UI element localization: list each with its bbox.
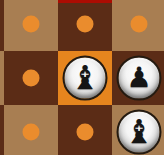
game-board-viewport: ♝♟♝ bbox=[0, 0, 164, 155]
square-r3c3[interactable]: ♝ bbox=[112, 105, 164, 155]
piece-disc[interactable]: ♝ bbox=[117, 110, 162, 155]
red-edge-marker bbox=[58, 0, 112, 3]
square-r1c1[interactable] bbox=[4, 0, 58, 51]
checkered-board: ♝♟♝ bbox=[0, 0, 164, 155]
square-center-dot bbox=[23, 70, 40, 87]
square-r2c1[interactable] bbox=[4, 51, 58, 105]
square-r2c3[interactable]: ♟ bbox=[112, 51, 164, 105]
black-bishop-icon: ♝ bbox=[124, 115, 154, 148]
square-center-dot bbox=[131, 16, 148, 33]
square-r2c2-highlighted[interactable]: ♝ bbox=[58, 51, 112, 105]
black-pawn-icon: ♟ bbox=[126, 63, 151, 91]
square-r1c3[interactable] bbox=[112, 0, 164, 51]
piece-disc[interactable]: ♝ bbox=[63, 56, 108, 101]
square-center-dot bbox=[23, 16, 40, 33]
square-center-dot bbox=[23, 124, 40, 141]
square-r1c2[interactable] bbox=[58, 0, 112, 51]
square-center-dot bbox=[77, 124, 94, 141]
square-r3c2[interactable] bbox=[58, 105, 112, 155]
square-r3c1[interactable] bbox=[4, 105, 58, 155]
black-bishop-icon: ♝ bbox=[70, 61, 100, 94]
piece-disc[interactable]: ♟ bbox=[117, 56, 162, 101]
square-center-dot bbox=[77, 16, 94, 33]
